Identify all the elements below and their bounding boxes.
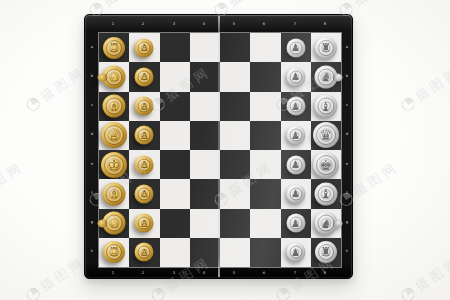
coord-bottom-4: 4 (203, 271, 205, 275)
square-a6[interactable] (250, 33, 280, 62)
watermark-tile: 摄图网 (0, 0, 27, 20)
square-f6[interactable] (250, 179, 280, 208)
square-c1[interactable]: ♗ (99, 92, 129, 121)
silver-pawn[interactable]: ♟ (286, 97, 305, 116)
square-b4[interactable] (190, 62, 220, 91)
coord-right-e: e (346, 162, 348, 166)
coord-bottom-8: 8 (324, 271, 326, 275)
gold-king[interactable]: ♔ (101, 152, 127, 178)
silver-pawn[interactable]: ♟ (286, 184, 305, 203)
coord-top-8: 8 (324, 22, 326, 26)
square-e2[interactable]: ♙ (129, 150, 159, 179)
square-e8[interactable]: ♚ (311, 150, 341, 179)
watermark-logo-icon (399, 285, 417, 300)
silver-knight-glyph: ♞ (320, 217, 331, 229)
gold-pawn[interactable]: ♙ (135, 184, 154, 203)
gold-bishop-glyph: ♗ (109, 188, 120, 200)
square-g1[interactable]: ♘ (99, 209, 129, 238)
square-h2[interactable]: ♙ (129, 238, 159, 267)
silver-pawn-glyph: ♟ (291, 247, 300, 257)
silver-pawn[interactable]: ♟ (286, 155, 305, 174)
square-b6[interactable] (250, 62, 280, 91)
square-a5[interactable] (220, 33, 250, 62)
square-c7[interactable]: ♟ (281, 92, 311, 121)
square-h3[interactable] (160, 238, 190, 267)
silver-pawn-glyph: ♟ (291, 189, 300, 199)
watermark-tile: 摄图网 (0, 158, 27, 210)
square-h4[interactable] (190, 238, 220, 267)
gold-queen-glyph: ♕ (108, 128, 121, 142)
gold-pawn-glyph: ♙ (140, 72, 149, 82)
gold-pawn[interactable]: ♙ (135, 243, 154, 262)
gold-pawn[interactable]: ♙ (135, 67, 154, 86)
watermark-tile: 摄图网 (23, 63, 90, 115)
gold-queen[interactable]: ♕ (101, 122, 127, 148)
square-d2[interactable]: ♙ (129, 121, 159, 150)
coord-top-3: 3 (172, 22, 174, 26)
square-c2[interactable]: ♙ (129, 92, 159, 121)
silver-knight[interactable]: ♞ (314, 65, 337, 88)
silver-queen-glyph: ♛ (320, 128, 333, 142)
square-g2[interactable]: ♙ (129, 209, 159, 238)
watermark-logo-icon (24, 285, 42, 300)
silver-pawn-glyph: ♟ (291, 72, 300, 82)
gold-pawn-glyph: ♙ (140, 247, 149, 257)
silver-king[interactable]: ♚ (313, 152, 339, 178)
watermark-text: 摄图网 (0, 0, 27, 11)
square-e7[interactable]: ♟ (281, 150, 311, 179)
silver-rook-glyph: ♜ (320, 42, 331, 54)
square-b2[interactable]: ♙ (129, 62, 159, 91)
gold-pawn[interactable]: ♙ (135, 126, 154, 145)
silver-pawn[interactable]: ♟ (286, 214, 305, 233)
coord-right-b: b (346, 74, 348, 78)
square-h1[interactable]: ♖ (99, 238, 129, 267)
square-a4[interactable] (190, 33, 220, 62)
silver-bishop-glyph: ♝ (320, 188, 331, 200)
gold-knight[interactable]: ♘ (103, 65, 126, 88)
gold-bishop-glyph: ♗ (109, 100, 120, 112)
silver-king-glyph: ♚ (320, 158, 333, 172)
square-b8[interactable]: ♞ (311, 62, 341, 91)
coord-left-g: g (90, 220, 92, 224)
square-a1[interactable]: ♖ (99, 33, 129, 62)
silver-pawn[interactable]: ♟ (286, 67, 305, 86)
square-e5[interactable] (220, 150, 250, 179)
silver-rook[interactable]: ♜ (315, 37, 337, 59)
square-a8[interactable]: ♜ (311, 33, 341, 62)
square-b1[interactable]: ♘ (99, 62, 129, 91)
watermark-logo-icon (149, 285, 167, 300)
watermark-text: 摄图网 (350, 158, 403, 201)
silver-knight-glyph: ♞ (320, 71, 331, 83)
square-d8[interactable]: ♛ (311, 121, 341, 150)
square-f1[interactable]: ♗ (99, 179, 129, 208)
coord-top-2: 2 (142, 22, 144, 26)
square-b3[interactable] (160, 62, 190, 91)
square-b5[interactable] (220, 62, 250, 91)
watermark-logo-icon (399, 95, 417, 113)
square-c3[interactable] (160, 92, 190, 121)
square-f7[interactable]: ♟ (281, 179, 311, 208)
square-e1[interactable]: ♔ (99, 150, 129, 179)
watermark-text: 摄图网 (350, 0, 403, 11)
coord-right-a: a (346, 45, 348, 49)
gold-pawn[interactable]: ♙ (135, 97, 154, 116)
watermark-logo-icon (274, 285, 292, 300)
gold-pawn-glyph: ♙ (140, 101, 149, 111)
coord-top-5: 5 (233, 22, 235, 26)
square-e4[interactable] (190, 150, 220, 179)
silver-bishop[interactable]: ♝ (314, 95, 337, 118)
square-a7[interactable]: ♟ (281, 33, 311, 62)
square-g5[interactable] (220, 209, 250, 238)
square-e3[interactable] (160, 150, 190, 179)
watermark-text: 摄图网 (37, 253, 90, 296)
square-f5[interactable] (220, 179, 250, 208)
coord-right-f: f (346, 191, 347, 195)
gold-rook-glyph: ♖ (109, 246, 120, 258)
silver-bishop[interactable]: ♝ (314, 182, 337, 205)
square-f2[interactable]: ♙ (129, 179, 159, 208)
coord-bottom-1: 1 (112, 271, 114, 275)
coord-left-d: d (90, 133, 92, 137)
square-a3[interactable] (160, 33, 190, 62)
coord-left-f: f (91, 191, 92, 195)
square-d5[interactable] (220, 121, 250, 150)
square-h5[interactable] (220, 238, 250, 267)
watermark-tile: 摄图网 (398, 63, 450, 115)
gold-pawn-glyph: ♙ (140, 218, 149, 228)
square-f8[interactable]: ♝ (311, 179, 341, 208)
square-g7[interactable]: ♟ (281, 209, 311, 238)
gold-rook[interactable]: ♖ (103, 241, 125, 263)
square-d1[interactable]: ♕ (99, 121, 129, 150)
silver-rook[interactable]: ♜ (315, 241, 337, 263)
silver-pawn-glyph: ♟ (291, 160, 300, 170)
gold-pawn[interactable]: ♙ (135, 214, 154, 233)
square-g6[interactable] (250, 209, 280, 238)
square-d3[interactable] (160, 121, 190, 150)
silver-pawn-glyph: ♟ (291, 101, 300, 111)
photo-canvas: ♖♙♟♜♘♙♟♞♗♙♟♝♕♙♟♛♔♙♟♚♗♙♟♝♘♙♟♞♖♙♟♜ 1122334… (0, 0, 450, 300)
chess-board-grid: ♖♙♟♜♘♙♟♞♗♙♟♝♕♙♟♛♔♙♟♚♗♙♟♝♘♙♟♞♖♙♟♜ (98, 32, 342, 268)
watermark-text: 摄图网 (0, 158, 27, 201)
silver-bishop-glyph: ♝ (320, 100, 331, 112)
coord-bottom-7: 7 (293, 271, 295, 275)
square-g3[interactable] (160, 209, 190, 238)
coord-bottom-3: 3 (172, 271, 174, 275)
square-c6[interactable] (250, 92, 280, 121)
coord-right-h: h (346, 250, 348, 254)
coord-bottom-6: 6 (263, 271, 265, 275)
silver-pawn[interactable]: ♟ (286, 126, 305, 145)
silver-pawn-glyph: ♟ (291, 43, 300, 53)
gold-knight-glyph: ♘ (109, 71, 120, 83)
watermark-tile: 摄图网 (398, 253, 450, 300)
gold-knight-glyph: ♘ (109, 217, 120, 229)
square-f3[interactable] (160, 179, 190, 208)
watermark-text: 摄图网 (412, 63, 450, 106)
coord-top-6: 6 (263, 22, 265, 26)
silver-rook-glyph: ♜ (320, 246, 331, 258)
square-a2[interactable]: ♙ (129, 33, 159, 62)
square-h8[interactable]: ♜ (311, 238, 341, 267)
gold-pawn-glyph: ♙ (140, 43, 149, 53)
square-b7[interactable]: ♟ (281, 62, 311, 91)
square-c4[interactable] (190, 92, 220, 121)
square-c5[interactable] (220, 92, 250, 121)
coord-left-e: e (90, 162, 92, 166)
square-c8[interactable]: ♝ (311, 92, 341, 121)
coord-left-a: a (90, 45, 92, 49)
gold-pawn[interactable]: ♙ (135, 155, 154, 174)
gold-pawn[interactable]: ♙ (135, 38, 154, 57)
gold-bishop[interactable]: ♗ (103, 182, 126, 205)
square-h6[interactable] (250, 238, 280, 267)
square-d6[interactable] (250, 121, 280, 150)
coord-top-1: 1 (112, 22, 114, 26)
square-g8[interactable]: ♞ (311, 209, 341, 238)
gold-pawn-glyph: ♙ (140, 130, 149, 140)
gold-rook[interactable]: ♖ (103, 37, 125, 59)
watermark-text: 摄图网 (100, 0, 153, 11)
watermark-logo-icon (24, 95, 42, 113)
square-d4[interactable] (190, 121, 220, 150)
coord-top-7: 7 (293, 22, 295, 26)
gold-pawn-glyph: ♙ (140, 189, 149, 199)
coord-left-c: c (90, 103, 92, 107)
silver-queen[interactable]: ♛ (313, 122, 339, 148)
coord-bottom-5: 5 (233, 271, 235, 275)
silver-pawn-glyph: ♟ (291, 130, 300, 140)
watermark-text: 摄图网 (37, 63, 90, 106)
silver-knight[interactable]: ♞ (314, 212, 337, 235)
watermark-text: 摄图网 (225, 0, 278, 11)
silver-pawn[interactable]: ♟ (286, 243, 305, 262)
silver-pawn[interactable]: ♟ (286, 38, 305, 57)
gold-pawn-glyph: ♙ (140, 160, 149, 170)
gold-rook-glyph: ♖ (109, 42, 120, 54)
watermark-tile: 摄图网 (23, 253, 90, 300)
coord-right-c: c (346, 103, 348, 107)
coord-bottom-2: 2 (142, 271, 144, 275)
square-e6[interactable] (250, 150, 280, 179)
gold-bishop[interactable]: ♗ (103, 95, 126, 118)
coord-left-h: h (90, 250, 92, 254)
coord-left-b: b (90, 74, 92, 78)
square-d7[interactable]: ♟ (281, 121, 311, 150)
gold-king-glyph: ♔ (108, 158, 121, 172)
silver-pawn-glyph: ♟ (291, 218, 300, 228)
square-g4[interactable] (190, 209, 220, 238)
chess-board-frame: ♖♙♟♜♘♙♟♞♗♙♟♝♕♙♟♛♔♙♟♚♗♙♟♝♘♙♟♞♖♙♟♜ 1122334… (84, 14, 353, 279)
coord-right-d: d (346, 133, 348, 137)
coord-right-g: g (346, 220, 348, 224)
gold-knight[interactable]: ♘ (103, 212, 126, 235)
coord-top-4: 4 (203, 22, 205, 26)
square-f4[interactable] (190, 179, 220, 208)
square-h7[interactable]: ♟ (281, 238, 311, 267)
watermark-text: 摄图网 (412, 253, 450, 296)
